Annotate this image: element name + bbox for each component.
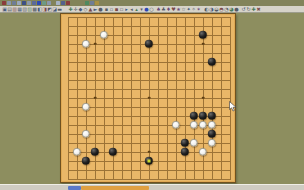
tool-icon[interactable] <box>47 1 51 5</box>
grid-line-h <box>68 143 231 144</box>
white-stone[interactable] <box>190 138 198 146</box>
tool-icon[interactable] <box>42 1 46 5</box>
grid-line-v <box>167 17 168 180</box>
tool-icon[interactable] <box>37 1 41 5</box>
star-point <box>148 150 151 153</box>
black-stone[interactable] <box>199 111 207 119</box>
tool-icon[interactable]: ✶ <box>196 6 201 12</box>
tool-icon[interactable] <box>7 1 11 5</box>
tool-icon[interactable] <box>32 1 36 5</box>
white-stone[interactable] <box>82 129 90 137</box>
last-move-marker <box>148 159 151 162</box>
black-stone[interactable] <box>91 147 99 155</box>
tool-icon[interactable]: ▬ <box>57 6 62 12</box>
application-window: ▣▤▥▦▧▨▩◧◨◩◪▬✚✛◆◇▲►●▪▫◾◽▸◂▴▾●○♠♣♦♥★☆✦✧✶◐◑… <box>0 0 304 190</box>
taskbar-item-orange[interactable] <box>81 186 149 190</box>
star-point <box>202 96 205 99</box>
grid-line-v <box>221 17 222 180</box>
tool-icon[interactable] <box>95 1 99 5</box>
white-stone[interactable] <box>73 147 81 155</box>
white-stone[interactable] <box>190 120 198 128</box>
tool-icon[interactable] <box>90 1 94 5</box>
grid-line-h <box>68 107 231 108</box>
tool-icon[interactable] <box>17 1 21 5</box>
star-point <box>94 96 97 99</box>
grid-line-v <box>194 17 195 180</box>
grid-line-h <box>68 134 231 135</box>
tool-icon[interactable]: ✖ <box>256 6 261 12</box>
black-stone[interactable] <box>208 129 216 137</box>
black-stone[interactable] <box>208 111 216 119</box>
tool-icon[interactable]: ○ <box>149 6 154 12</box>
white-stone[interactable] <box>199 120 207 128</box>
grid-line-h <box>68 170 231 171</box>
white-stone[interactable] <box>208 120 216 128</box>
tool-icon[interactable]: ● <box>98 6 103 12</box>
black-stone[interactable] <box>208 57 216 65</box>
grid-line-v <box>212 17 213 180</box>
star-point <box>202 42 205 45</box>
white-stone[interactable] <box>199 147 207 155</box>
white-stone[interactable] <box>82 102 90 110</box>
tool-icon[interactable] <box>2 1 6 5</box>
tool-icon[interactable] <box>61 1 65 5</box>
taskbar-item-blue[interactable] <box>68 186 81 190</box>
tool-icon[interactable] <box>12 1 16 5</box>
grid-line-h <box>68 179 231 180</box>
black-stone[interactable] <box>145 39 153 47</box>
black-stone[interactable] <box>199 30 207 38</box>
tool-icon[interactable] <box>66 1 70 5</box>
go-board[interactable] <box>60 13 236 183</box>
white-stone[interactable] <box>208 138 216 146</box>
star-point <box>94 42 97 45</box>
star-point <box>148 96 151 99</box>
tool-icon[interactable]: ● <box>234 6 239 12</box>
black-stone[interactable] <box>190 111 198 119</box>
white-stone[interactable] <box>172 120 180 128</box>
black-stone[interactable] <box>109 147 117 155</box>
toolbar-tools: ▣▤▥▦▧▨▩◧◨◩◪▬✚✛◆◇▲►●▪▫◾◽▸◂▴▾●○♠♣♦♥★☆✦✧✶◐◑… <box>0 6 304 13</box>
tool-icon[interactable] <box>85 1 89 5</box>
grid-line-v <box>158 17 159 180</box>
black-stone[interactable] <box>181 138 189 146</box>
tool-icon[interactable] <box>22 1 26 5</box>
mouse-cursor-icon <box>229 97 237 116</box>
black-stone[interactable] <box>181 147 189 155</box>
grid-line-v <box>176 17 177 180</box>
white-stone[interactable] <box>100 30 108 38</box>
black-stone[interactable] <box>82 156 90 164</box>
taskbar <box>0 184 304 190</box>
tool-icon[interactable] <box>27 1 31 5</box>
tool-icon[interactable] <box>56 1 60 5</box>
white-stone[interactable] <box>82 39 90 47</box>
